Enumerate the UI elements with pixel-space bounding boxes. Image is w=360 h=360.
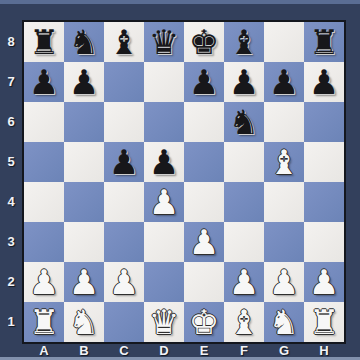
white-pawn-icon-f2[interactable]: ♟: [229, 262, 259, 302]
file-label-d: D: [144, 343, 184, 359]
square-f1[interactable]: ♝: [224, 302, 264, 342]
file-label-b: B: [64, 343, 104, 359]
square-b8[interactable]: ♞: [64, 22, 104, 62]
square-d7[interactable]: [144, 62, 184, 102]
square-g2[interactable]: ♟: [264, 262, 304, 302]
square-b1[interactable]: ♞: [64, 302, 104, 342]
square-f2[interactable]: ♟: [224, 262, 264, 302]
square-g7[interactable]: ♟: [264, 62, 304, 102]
black-pawn-icon-f7[interactable]: ♟: [229, 62, 259, 102]
square-h8[interactable]: ♜: [304, 22, 344, 62]
square-a2[interactable]: ♟: [24, 262, 64, 302]
square-f6[interactable]: ♞: [224, 102, 264, 142]
square-c6[interactable]: [104, 102, 144, 142]
square-e8[interactable]: ♚: [184, 22, 224, 62]
square-d1[interactable]: ♛: [144, 302, 184, 342]
square-f3[interactable]: [224, 222, 264, 262]
square-e4[interactable]: [184, 182, 224, 222]
file-labels: ABCDEFGH: [24, 343, 344, 359]
black-pawn-icon-b7[interactable]: ♟: [69, 62, 99, 102]
white-rook-icon-h1[interactable]: ♜: [309, 302, 339, 342]
black-pawn-icon-c5[interactable]: ♟: [109, 142, 139, 182]
square-g4[interactable]: [264, 182, 304, 222]
black-pawn-icon-d5[interactable]: ♟: [149, 142, 179, 182]
black-rook-icon-a8[interactable]: ♜: [29, 22, 59, 62]
square-f8[interactable]: ♝: [224, 22, 264, 62]
square-b7[interactable]: ♟: [64, 62, 104, 102]
square-b5[interactable]: [64, 142, 104, 182]
rank-label-6: 6: [0, 102, 22, 142]
white-knight-icon-g1[interactable]: ♞: [269, 302, 299, 342]
square-f4[interactable]: [224, 182, 264, 222]
white-queen-icon-d1[interactable]: ♛: [149, 302, 179, 342]
square-h6[interactable]: [304, 102, 344, 142]
file-label-g: G: [264, 343, 304, 359]
black-king-icon-e8[interactable]: ♚: [189, 22, 219, 62]
white-pawn-icon-e3[interactable]: ♟: [189, 222, 219, 262]
square-a1[interactable]: ♜: [24, 302, 64, 342]
square-g8[interactable]: [264, 22, 304, 62]
square-a3[interactable]: [24, 222, 64, 262]
square-c2[interactable]: ♟: [104, 262, 144, 302]
white-pawn-icon-h2[interactable]: ♟: [309, 262, 339, 302]
square-d4[interactable]: ♟: [144, 182, 184, 222]
black-bishop-icon-c8[interactable]: ♝: [109, 22, 139, 62]
square-h5[interactable]: [304, 142, 344, 182]
square-h2[interactable]: ♟: [304, 262, 344, 302]
white-pawn-icon-g2[interactable]: ♟: [269, 262, 299, 302]
square-b2[interactable]: ♟: [64, 262, 104, 302]
rank-label-8: 8: [0, 22, 22, 62]
square-g3[interactable]: [264, 222, 304, 262]
square-b3[interactable]: [64, 222, 104, 262]
file-label-a: A: [24, 343, 64, 359]
square-b6[interactable]: [64, 102, 104, 142]
square-d8[interactable]: ♛: [144, 22, 184, 62]
square-e1[interactable]: ♚: [184, 302, 224, 342]
square-b4[interactable]: [64, 182, 104, 222]
square-c4[interactable]: [104, 182, 144, 222]
white-pawn-icon-c2[interactable]: ♟: [109, 262, 139, 302]
rank-label-4: 4: [0, 182, 22, 222]
square-e7[interactable]: ♟: [184, 62, 224, 102]
square-g1[interactable]: ♞: [264, 302, 304, 342]
rank-label-1: 1: [0, 302, 22, 342]
square-c8[interactable]: ♝: [104, 22, 144, 62]
square-h3[interactable]: [304, 222, 344, 262]
square-f5[interactable]: [224, 142, 264, 182]
black-knight-icon-b8[interactable]: ♞: [69, 22, 99, 62]
square-g6[interactable]: [264, 102, 304, 142]
white-bishop-icon-f1[interactable]: ♝: [229, 302, 259, 342]
square-h7[interactable]: ♟: [304, 62, 344, 102]
square-c5[interactable]: ♟: [104, 142, 144, 182]
frame-top-highlight: [0, 0, 360, 4]
file-label-c: C: [104, 343, 144, 359]
square-a6[interactable]: [24, 102, 64, 142]
white-king-icon-e1[interactable]: ♚: [189, 302, 219, 342]
black-pawn-icon-e7[interactable]: ♟: [189, 62, 219, 102]
rank-label-2: 2: [0, 262, 22, 302]
white-knight-icon-b1[interactable]: ♞: [69, 302, 99, 342]
black-rook-icon-h8[interactable]: ♜: [309, 22, 339, 62]
file-label-e: E: [184, 343, 224, 359]
file-label-h: H: [304, 343, 344, 359]
rank-label-5: 5: [0, 142, 22, 182]
black-pawn-icon-a7[interactable]: ♟: [29, 62, 59, 102]
square-e6[interactable]: [184, 102, 224, 142]
rank-label-7: 7: [0, 62, 22, 102]
square-e2[interactable]: [184, 262, 224, 302]
square-g5[interactable]: ♝: [264, 142, 304, 182]
square-a8[interactable]: ♜: [24, 22, 64, 62]
square-d5[interactable]: ♟: [144, 142, 184, 182]
square-h1[interactable]: ♜: [304, 302, 344, 342]
square-d3[interactable]: [144, 222, 184, 262]
rank-labels: 87654321: [0, 22, 22, 342]
square-c3[interactable]: [104, 222, 144, 262]
square-f7[interactable]: ♟: [224, 62, 264, 102]
white-rook-icon-a1[interactable]: ♜: [29, 302, 59, 342]
square-e5[interactable]: [184, 142, 224, 182]
white-pawn-icon-b2[interactable]: ♟: [69, 262, 99, 302]
black-knight-icon-f6[interactable]: ♞: [229, 102, 259, 142]
white-bishop-icon-g5[interactable]: ♝: [269, 142, 299, 182]
rank-label-3: 3: [0, 222, 22, 262]
square-h4[interactable]: [304, 182, 344, 222]
file-label-f: F: [224, 343, 264, 359]
black-pawn-icon-h7[interactable]: ♟: [309, 62, 339, 102]
black-queen-icon-d8[interactable]: ♛: [149, 22, 179, 62]
square-d2[interactable]: [144, 262, 184, 302]
square-a4[interactable]: [24, 182, 64, 222]
black-pawn-icon-g7[interactable]: ♟: [269, 62, 299, 102]
white-pawn-icon-d4[interactable]: ♟: [149, 182, 179, 222]
square-a7[interactable]: ♟: [24, 62, 64, 102]
square-c1[interactable]: [104, 302, 144, 342]
white-pawn-icon-a2[interactable]: ♟: [29, 262, 59, 302]
square-e3[interactable]: ♟: [184, 222, 224, 262]
square-d6[interactable]: [144, 102, 184, 142]
square-a5[interactable]: [24, 142, 64, 182]
chessboard: ♜♞♝♛♚♝♜♟♟♟♟♟♟♞♟♟♝♟♟♟♟♟♟♟♟♜♞♛♚♝♞♜: [22, 20, 346, 344]
black-bishop-icon-f8[interactable]: ♝: [229, 22, 259, 62]
square-c7[interactable]: [104, 62, 144, 102]
